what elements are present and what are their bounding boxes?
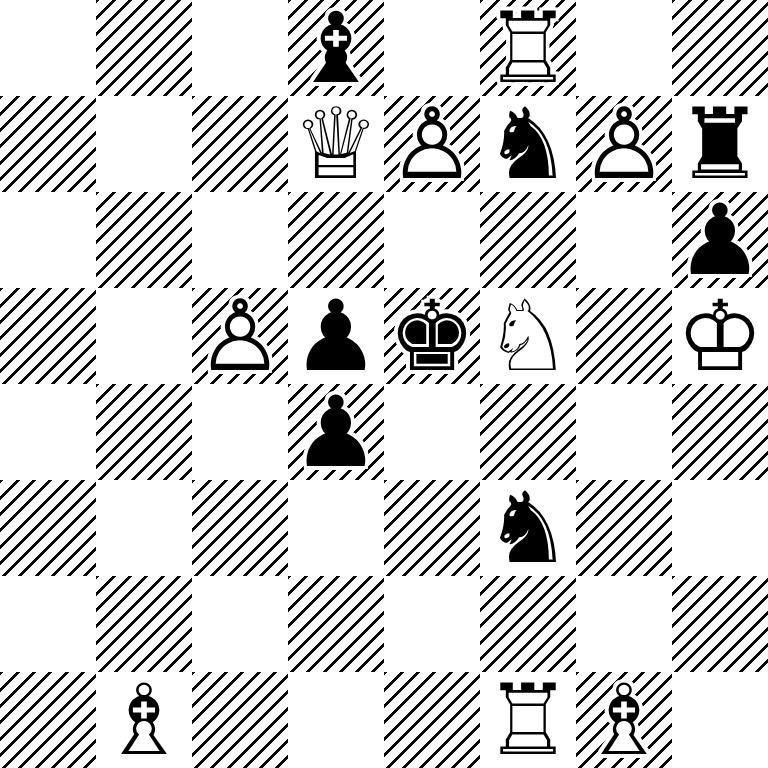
white-bishop-icon: ♗ (96, 672, 192, 768)
square-h4[interactable] (672, 384, 768, 480)
white-queen-icon: ♕ (288, 96, 384, 192)
square-d1[interactable] (288, 672, 384, 768)
square-g3[interactable] (576, 480, 672, 576)
black-rook-icon: ♜ (672, 96, 768, 192)
white-king-icon: ♔ (672, 288, 768, 384)
square-c4[interactable] (192, 384, 288, 480)
square-f2[interactable] (480, 576, 576, 672)
piece-white-pawn[interactable]: ♟♙ (576, 96, 672, 192)
piece-white-bishop[interactable]: ♝♗ (576, 672, 672, 768)
square-e3[interactable] (384, 480, 480, 576)
square-f5[interactable]: ♞♘ (480, 288, 576, 384)
square-d8[interactable]: ♝♝ (288, 0, 384, 96)
square-g2[interactable] (576, 576, 672, 672)
square-g7[interactable]: ♟♙ (576, 96, 672, 192)
square-e1[interactable] (384, 672, 480, 768)
piece-white-king[interactable]: ♚♔ (672, 288, 768, 384)
square-g6[interactable] (576, 192, 672, 288)
square-a4[interactable] (0, 384, 96, 480)
square-h2[interactable] (672, 576, 768, 672)
square-a1[interactable] (0, 672, 96, 768)
square-c1[interactable] (192, 672, 288, 768)
square-h7[interactable]: ♜♜ (672, 96, 768, 192)
square-e7[interactable]: ♟♙ (384, 96, 480, 192)
square-d6[interactable] (288, 192, 384, 288)
white-knight-icon: ♘ (480, 288, 576, 384)
piece-white-bishop[interactable]: ♝♗ (96, 672, 192, 768)
square-e8[interactable] (384, 0, 480, 96)
piece-black-pawn[interactable]: ♟♟ (288, 288, 384, 384)
square-f7[interactable]: ♞♞ (480, 96, 576, 192)
square-g5[interactable] (576, 288, 672, 384)
black-knight-icon: ♞ (480, 96, 576, 192)
piece-black-knight[interactable]: ♞♞ (480, 480, 576, 576)
square-e2[interactable] (384, 576, 480, 672)
square-a5[interactable] (0, 288, 96, 384)
square-c6[interactable] (192, 192, 288, 288)
square-c5[interactable]: ♟♙ (192, 288, 288, 384)
piece-white-rook[interactable]: ♜♖ (480, 0, 576, 96)
square-b8[interactable] (96, 0, 192, 96)
square-d4[interactable]: ♟♟ (288, 384, 384, 480)
square-d3[interactable] (288, 480, 384, 576)
white-pawn-icon: ♙ (192, 288, 288, 384)
square-f8[interactable]: ♜♖ (480, 0, 576, 96)
square-a2[interactable] (0, 576, 96, 672)
square-e5[interactable]: ♚♚ (384, 288, 480, 384)
black-pawn-icon: ♟ (672, 192, 768, 288)
white-bishop-icon: ♗ (576, 672, 672, 768)
square-c8[interactable] (192, 0, 288, 96)
square-h3[interactable] (672, 480, 768, 576)
black-pawn-icon: ♟ (288, 384, 384, 480)
white-pawn-icon: ♙ (576, 96, 672, 192)
square-f3[interactable]: ♞♞ (480, 480, 576, 576)
square-b3[interactable] (96, 480, 192, 576)
piece-black-pawn[interactable]: ♟♟ (288, 384, 384, 480)
square-a7[interactable] (0, 96, 96, 192)
black-king-icon: ♚ (384, 288, 480, 384)
square-g1[interactable]: ♝♗ (576, 672, 672, 768)
square-c7[interactable] (192, 96, 288, 192)
black-bishop-icon: ♝ (288, 0, 384, 96)
piece-white-knight[interactable]: ♞♘ (480, 288, 576, 384)
piece-black-rook[interactable]: ♜♜ (672, 96, 768, 192)
chess-board: ♝♝♜♖♛♕♟♙♞♞♟♙♜♜♟♟♟♙♟♟♚♚♞♘♚♔♟♟♞♞♝♗♜♖♝♗ (0, 0, 768, 768)
square-b5[interactable] (96, 288, 192, 384)
square-h8[interactable] (672, 0, 768, 96)
square-d7[interactable]: ♛♕ (288, 96, 384, 192)
square-f6[interactable] (480, 192, 576, 288)
square-a6[interactable] (0, 192, 96, 288)
square-h5[interactable]: ♚♔ (672, 288, 768, 384)
square-c3[interactable] (192, 480, 288, 576)
square-b4[interactable] (96, 384, 192, 480)
square-b6[interactable] (96, 192, 192, 288)
square-b1[interactable]: ♝♗ (96, 672, 192, 768)
piece-white-rook[interactable]: ♜♖ (480, 672, 576, 768)
piece-black-bishop[interactable]: ♝♝ (288, 0, 384, 96)
white-pawn-icon: ♙ (384, 96, 480, 192)
square-f4[interactable] (480, 384, 576, 480)
piece-black-king[interactable]: ♚♚ (384, 288, 480, 384)
square-g8[interactable] (576, 0, 672, 96)
white-rook-icon: ♖ (480, 672, 576, 768)
piece-black-pawn[interactable]: ♟♟ (672, 192, 768, 288)
piece-black-knight[interactable]: ♞♞ (480, 96, 576, 192)
square-f1[interactable]: ♜♖ (480, 672, 576, 768)
white-rook-icon: ♖ (480, 0, 576, 96)
square-d5[interactable]: ♟♟ (288, 288, 384, 384)
square-h1[interactable] (672, 672, 768, 768)
square-d2[interactable] (288, 576, 384, 672)
black-knight-icon: ♞ (480, 480, 576, 576)
square-e4[interactable] (384, 384, 480, 480)
black-pawn-icon: ♟ (288, 288, 384, 384)
piece-white-pawn[interactable]: ♟♙ (192, 288, 288, 384)
square-a8[interactable] (0, 0, 96, 96)
square-b7[interactable] (96, 96, 192, 192)
piece-white-pawn[interactable]: ♟♙ (384, 96, 480, 192)
square-g4[interactable] (576, 384, 672, 480)
square-b2[interactable] (96, 576, 192, 672)
square-a3[interactable] (0, 480, 96, 576)
piece-white-queen[interactable]: ♛♕ (288, 96, 384, 192)
square-c2[interactable] (192, 576, 288, 672)
square-h6[interactable]: ♟♟ (672, 192, 768, 288)
square-e6[interactable] (384, 192, 480, 288)
